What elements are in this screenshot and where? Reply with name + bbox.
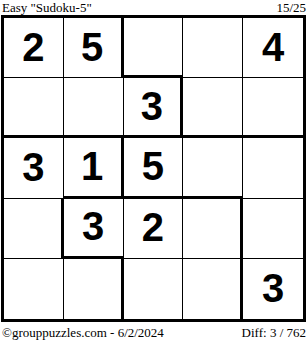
cell-r5c2[interactable] [64, 259, 124, 319]
cell-r2c2[interactable] [64, 78, 124, 138]
cell-r4c4[interactable] [183, 199, 243, 259]
cell-r4c5[interactable] [243, 199, 303, 259]
cell-r1c5[interactable]: 4 [243, 18, 303, 78]
cell-r3c1[interactable]: 3 [4, 138, 64, 198]
cell-r4c3[interactable]: 2 [124, 199, 184, 259]
sudoku-board: 2543315323 [1, 15, 306, 322]
footer: ©grouppuzzles.com - 6/2/2024 Diff: 3 / 7… [2, 326, 306, 340]
cell-r3c3[interactable]: 5 [124, 138, 184, 198]
puzzle-title: Easy "Sudoku-5" [2, 1, 92, 14]
cell-r1c3[interactable] [124, 18, 184, 78]
given-digit: 3 [22, 147, 44, 189]
given-digit: 5 [142, 146, 164, 188]
copyright-text: ©grouppuzzles.com - 6/2/2024 [2, 326, 164, 340]
difficulty-text: Diff: 3 / 762 [242, 326, 306, 340]
cell-r1c2[interactable]: 5 [64, 18, 124, 78]
cell-r4c2[interactable]: 3 [64, 199, 124, 259]
header: Easy "Sudoku-5" 15/25 [2, 1, 306, 14]
cell-r2c3[interactable]: 3 [124, 78, 184, 138]
given-digit: 4 [262, 27, 284, 69]
given-digit: 3 [82, 206, 104, 248]
cell-r5c4[interactable] [183, 259, 243, 319]
cell-r1c4[interactable] [183, 18, 243, 78]
puzzle-page: Easy "Sudoku-5" 15/25 2543315323 ©groupp… [0, 0, 308, 343]
cell-r5c1[interactable] [4, 259, 64, 319]
cell-r5c5[interactable]: 3 [243, 259, 303, 319]
puzzle-counter: 15/25 [276, 1, 306, 14]
cell-r2c5[interactable] [243, 78, 303, 138]
cell-r3c4[interactable] [183, 138, 243, 198]
cell-r2c1[interactable] [4, 78, 64, 138]
cell-r2c4[interactable] [183, 78, 243, 138]
given-digit: 2 [142, 207, 164, 249]
cell-r3c2[interactable]: 1 [64, 138, 124, 198]
cell-r5c3[interactable] [124, 259, 184, 319]
given-digit: 3 [262, 268, 284, 310]
cell-r1c1[interactable]: 2 [4, 18, 64, 78]
given-digit: 2 [22, 27, 44, 69]
given-digit: 3 [141, 86, 163, 128]
given-digit: 1 [81, 146, 103, 188]
cell-r3c5[interactable] [243, 138, 303, 198]
given-digit: 5 [81, 27, 103, 69]
cell-r4c1[interactable] [4, 199, 64, 259]
